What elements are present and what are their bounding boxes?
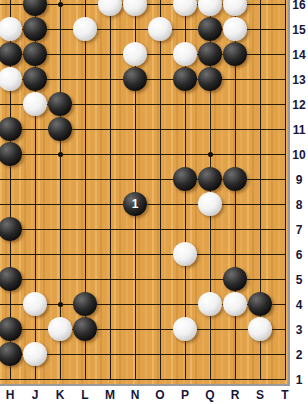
row-label-6: 6 bbox=[296, 248, 303, 262]
white-stone-P14[interactable] bbox=[173, 42, 197, 66]
row-label-7: 7 bbox=[296, 223, 303, 237]
black-stone-L4[interactable] bbox=[73, 292, 97, 316]
grid-line-vertical-M bbox=[110, 0, 111, 380]
move-number-label: 1 bbox=[132, 198, 139, 210]
column-label-S: S bbox=[256, 388, 264, 402]
white-stone-J2[interactable] bbox=[23, 342, 47, 366]
black-stone-P13[interactable] bbox=[173, 67, 197, 91]
grid-line-horizontal-7 bbox=[0, 229, 286, 230]
white-stone-O15[interactable] bbox=[148, 17, 172, 41]
column-label-Q: Q bbox=[205, 388, 214, 402]
row-label-3: 3 bbox=[296, 323, 303, 337]
black-stone-N13[interactable] bbox=[123, 67, 147, 91]
white-stone-J4[interactable] bbox=[23, 292, 47, 316]
black-stone-J14[interactable] bbox=[23, 42, 47, 66]
column-label-J: J bbox=[32, 388, 39, 402]
column-label-K: K bbox=[56, 388, 65, 402]
black-stone-R9[interactable] bbox=[223, 167, 247, 191]
row-label-13: 13 bbox=[292, 73, 305, 87]
black-stone-S4[interactable] bbox=[248, 292, 272, 316]
row-label-14: 14 bbox=[292, 48, 305, 62]
grid-line-horizontal-3 bbox=[0, 329, 286, 330]
black-stone-P9[interactable] bbox=[173, 167, 197, 191]
grid-line-horizontal-11 bbox=[0, 129, 286, 130]
star-point-K4 bbox=[58, 302, 63, 307]
black-stone-L3[interactable] bbox=[73, 317, 97, 341]
black-stone-K11[interactable] bbox=[48, 117, 72, 141]
column-label-R: R bbox=[231, 388, 240, 402]
white-stone-K3[interactable] bbox=[48, 317, 72, 341]
white-stone-J12[interactable] bbox=[23, 92, 47, 116]
grid-line-horizontal-1 bbox=[0, 379, 286, 380]
white-stone-L15[interactable] bbox=[73, 17, 97, 41]
grid-line-horizontal-6 bbox=[0, 254, 286, 255]
row-label-2: 2 bbox=[296, 348, 303, 362]
black-stone-Q13[interactable] bbox=[198, 67, 222, 91]
column-label-P: P bbox=[181, 388, 189, 402]
go-board-root: 1 HJKLMNOPQRST16151413121110987654321 bbox=[0, 0, 308, 404]
column-label-O: O bbox=[155, 388, 164, 402]
white-stone-R15[interactable] bbox=[223, 17, 247, 41]
row-label-12: 12 bbox=[292, 98, 305, 112]
black-stone-J15[interactable] bbox=[23, 17, 47, 41]
star-point-K10 bbox=[58, 152, 63, 157]
row-label-8: 8 bbox=[296, 198, 303, 212]
white-stone-N14[interactable] bbox=[123, 42, 147, 66]
column-label-T: T bbox=[281, 388, 288, 402]
grid-line-vertical-T bbox=[285, 0, 286, 380]
row-label-4: 4 bbox=[296, 298, 303, 312]
black-stone-Q9[interactable] bbox=[198, 167, 222, 191]
black-stone-R5[interactable] bbox=[223, 267, 247, 291]
black-stone-K12[interactable] bbox=[48, 92, 72, 116]
row-label-15: 15 bbox=[292, 23, 305, 37]
white-stone-Q8[interactable] bbox=[198, 192, 222, 216]
star-point-Q10 bbox=[208, 152, 213, 157]
white-stone-Q4[interactable] bbox=[198, 292, 222, 316]
black-stone-Q14[interactable] bbox=[198, 42, 222, 66]
white-stone-R4[interactable] bbox=[223, 292, 247, 316]
column-label-H: H bbox=[6, 388, 15, 402]
grid-line-horizontal-10 bbox=[0, 154, 286, 155]
row-label-5: 5 bbox=[296, 273, 303, 287]
row-label-1: 1 bbox=[296, 373, 303, 387]
grid-line-vertical-O bbox=[160, 0, 161, 380]
white-stone-S3[interactable] bbox=[248, 317, 272, 341]
white-stone-P3[interactable] bbox=[173, 317, 197, 341]
star-point-K16 bbox=[58, 2, 63, 7]
marked-stone-1-N8[interactable]: 1 bbox=[123, 192, 147, 216]
white-stone-P6[interactable] bbox=[173, 242, 197, 266]
column-label-M: M bbox=[105, 388, 115, 402]
black-stone-Q15[interactable] bbox=[198, 17, 222, 41]
row-label-16: 16 bbox=[292, 0, 305, 12]
column-label-L: L bbox=[81, 388, 88, 402]
row-label-10: 10 bbox=[292, 148, 305, 162]
black-stone-R14[interactable] bbox=[223, 42, 247, 66]
row-label-9: 9 bbox=[296, 173, 303, 187]
row-label-11: 11 bbox=[293, 123, 306, 137]
column-label-N: N bbox=[131, 388, 140, 402]
black-stone-J13[interactable] bbox=[23, 67, 47, 91]
